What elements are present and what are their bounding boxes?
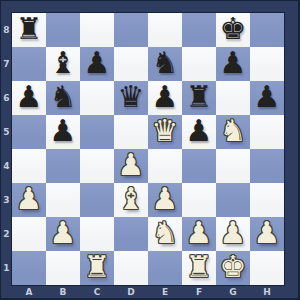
white-pawn[interactable]: ♟: [254, 218, 281, 248]
rank-label-2: 2: [1, 217, 12, 251]
square-a4[interactable]: [12, 149, 46, 183]
square-c7[interactable]: ♟: [80, 47, 114, 81]
rank-label-8: 8: [1, 13, 12, 47]
square-g7[interactable]: ♟: [216, 47, 250, 81]
square-a3[interactable]: ♟: [12, 183, 46, 217]
square-d1[interactable]: [114, 251, 148, 285]
square-h8[interactable]: [250, 13, 284, 47]
file-label-d: D: [114, 285, 148, 299]
square-g5[interactable]: ♞: [216, 115, 250, 149]
file-label-f: F: [182, 285, 216, 299]
square-d5[interactable]: [114, 115, 148, 149]
rank-label-4: 4: [1, 149, 12, 183]
black-king[interactable]: ♚: [220, 14, 247, 44]
file-label-h: H: [250, 285, 284, 299]
rank-label-1: 1: [1, 251, 12, 285]
square-a5[interactable]: [12, 115, 46, 149]
file-label-e: E: [148, 285, 182, 299]
square-c1[interactable]: ♜: [80, 251, 114, 285]
black-knight[interactable]: ♞: [50, 82, 77, 112]
black-pawn[interactable]: ♟: [50, 116, 77, 146]
rank-label-7: 7: [1, 47, 12, 81]
black-rook[interactable]: ♜: [16, 14, 43, 44]
white-queen[interactable]: ♛: [152, 116, 179, 146]
square-e1[interactable]: [148, 251, 182, 285]
square-f8[interactable]: [182, 13, 216, 47]
square-d3[interactable]: ♝: [114, 183, 148, 217]
square-d2[interactable]: [114, 217, 148, 251]
square-f4[interactable]: [182, 149, 216, 183]
white-pawn[interactable]: ♟: [50, 218, 77, 248]
black-bishop[interactable]: ♝: [50, 48, 77, 78]
square-c8[interactable]: [80, 13, 114, 47]
square-g6[interactable]: [216, 81, 250, 115]
square-h6[interactable]: ♟: [250, 81, 284, 115]
black-pawn[interactable]: ♟: [16, 82, 43, 112]
square-f6[interactable]: ♜: [182, 81, 216, 115]
black-pawn[interactable]: ♟: [84, 48, 111, 78]
square-g8[interactable]: ♚: [216, 13, 250, 47]
black-pawn[interactable]: ♟: [254, 82, 281, 112]
black-rook[interactable]: ♜: [186, 82, 213, 112]
white-knight[interactable]: ♞: [220, 116, 247, 146]
rank-label-5: 5: [1, 115, 12, 149]
white-pawn[interactable]: ♟: [186, 218, 213, 248]
white-rook[interactable]: ♜: [84, 252, 111, 282]
square-d4[interactable]: ♟: [114, 149, 148, 183]
square-b7[interactable]: ♝: [46, 47, 80, 81]
square-h4[interactable]: [250, 149, 284, 183]
square-c3[interactable]: [80, 183, 114, 217]
square-h5[interactable]: [250, 115, 284, 149]
file-labels: ABCDEFGH: [12, 285, 284, 299]
square-e8[interactable]: [148, 13, 182, 47]
square-e5[interactable]: ♛: [148, 115, 182, 149]
black-pawn[interactable]: ♟: [220, 48, 247, 78]
file-label-b: B: [46, 285, 80, 299]
square-c6[interactable]: [80, 81, 114, 115]
square-e6[interactable]: ♟: [148, 81, 182, 115]
square-e3[interactable]: ♟: [148, 183, 182, 217]
square-h1[interactable]: [250, 251, 284, 285]
black-pawn[interactable]: ♟: [186, 116, 213, 146]
white-rook[interactable]: ♜: [186, 252, 213, 282]
square-b3[interactable]: [46, 183, 80, 217]
square-e4[interactable]: [148, 149, 182, 183]
black-knight[interactable]: ♞: [152, 48, 179, 78]
square-f3[interactable]: [182, 183, 216, 217]
square-d6[interactable]: ♛: [114, 81, 148, 115]
square-a8[interactable]: ♜: [12, 13, 46, 47]
white-pawn[interactable]: ♟: [16, 184, 43, 214]
square-a2[interactable]: [12, 217, 46, 251]
white-bishop[interactable]: ♝: [118, 184, 145, 214]
square-b4[interactable]: [46, 149, 80, 183]
file-label-a: A: [12, 285, 46, 299]
white-pawn[interactable]: ♟: [220, 218, 247, 248]
black-pawn[interactable]: ♟: [152, 82, 179, 112]
square-e2[interactable]: ♞: [148, 217, 182, 251]
rank-labels: 87654321: [1, 13, 12, 285]
square-d8[interactable]: [114, 13, 148, 47]
square-e7[interactable]: ♞: [148, 47, 182, 81]
square-b5[interactable]: ♟: [46, 115, 80, 149]
square-c4[interactable]: [80, 149, 114, 183]
square-a1[interactable]: [12, 251, 46, 285]
square-g2[interactable]: ♟: [216, 217, 250, 251]
square-f2[interactable]: ♟: [182, 217, 216, 251]
square-d7[interactable]: [114, 47, 148, 81]
file-label-c: C: [80, 285, 114, 299]
square-h3[interactable]: [250, 183, 284, 217]
square-h2[interactable]: ♟: [250, 217, 284, 251]
chess-board-frame: 87654321 ♜♚♝♟♞♟♟♞♛♟♜♟♟♛♟♞♟♟♝♟♟♞♟♟♟♜♜♚ AB…: [0, 0, 300, 300]
rank-label-6: 6: [1, 81, 12, 115]
square-b8[interactable]: [46, 13, 80, 47]
rank-label-3: 3: [1, 183, 12, 217]
square-c2[interactable]: [80, 217, 114, 251]
white-pawn[interactable]: ♟: [152, 184, 179, 214]
square-g3[interactable]: [216, 183, 250, 217]
square-f5[interactable]: ♟: [182, 115, 216, 149]
square-f1[interactable]: ♜: [182, 251, 216, 285]
square-c5[interactable]: [80, 115, 114, 149]
white-king[interactable]: ♚: [220, 252, 247, 282]
square-b1[interactable]: [46, 251, 80, 285]
square-g1[interactable]: ♚: [216, 251, 250, 285]
square-g4[interactable]: [216, 149, 250, 183]
white-knight[interactable]: ♞: [152, 218, 179, 248]
square-b2[interactable]: ♟: [46, 217, 80, 251]
white-pawn[interactable]: ♟: [118, 150, 145, 180]
square-a6[interactable]: ♟: [12, 81, 46, 115]
square-f7[interactable]: [182, 47, 216, 81]
file-label-g: G: [216, 285, 250, 299]
square-b6[interactable]: ♞: [46, 81, 80, 115]
square-a7[interactable]: [12, 47, 46, 81]
square-h7[interactable]: [250, 47, 284, 81]
chess-board: ♜♚♝♟♞♟♟♞♛♟♜♟♟♛♟♞♟♟♝♟♟♞♟♟♟♜♜♚: [12, 13, 284, 285]
black-queen[interactable]: ♛: [118, 82, 145, 112]
